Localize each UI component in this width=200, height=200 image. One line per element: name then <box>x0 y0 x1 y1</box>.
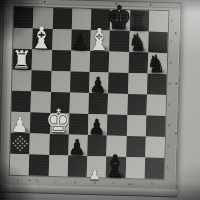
square <box>33 7 53 29</box>
brand-emblem <box>11 134 29 152</box>
frame-screw <box>128 183 130 185</box>
square <box>69 92 89 114</box>
square <box>30 133 50 155</box>
rank-label: 5 <box>169 81 172 86</box>
frame-screw <box>29 179 31 181</box>
square <box>147 53 167 75</box>
square <box>128 52 148 74</box>
square <box>14 7 34 29</box>
chessboard: ······· ♚♜♝♟♝♞♜♞♟♟♚♟♟♝ abcdefgh87654321 … <box>0 0 182 191</box>
square <box>87 135 107 157</box>
square <box>32 49 52 71</box>
square <box>90 51 110 73</box>
square <box>108 94 128 116</box>
square <box>71 29 91 51</box>
square <box>127 94 147 116</box>
square <box>129 31 149 53</box>
square <box>109 31 129 53</box>
square <box>30 112 50 134</box>
square <box>145 137 165 159</box>
square <box>91 9 111 31</box>
square <box>32 28 52 50</box>
square <box>13 49 33 71</box>
frame-screw <box>175 32 177 34</box>
square <box>129 10 149 32</box>
square <box>125 157 145 179</box>
square <box>126 115 146 137</box>
square <box>52 8 72 30</box>
square <box>88 93 108 115</box>
photo-chess-scene: { "game": "chess", "scene": "overhead gr… <box>0 0 200 200</box>
scene: ······· ♚♜♝♟♝♞♜♞♟♟♚♟♟♝ abcdefgh87654321 … <box>0 0 200 200</box>
square <box>31 91 51 113</box>
square <box>12 70 32 92</box>
file-label: c <box>55 179 57 184</box>
square <box>149 11 169 33</box>
square <box>89 72 109 94</box>
square <box>88 114 108 136</box>
square <box>144 158 164 180</box>
frame-screw <box>150 4 152 6</box>
square <box>70 71 90 93</box>
rank-label: 7 <box>170 39 173 44</box>
square <box>11 91 31 113</box>
frame-screw <box>44 1 46 3</box>
square <box>146 116 166 138</box>
file-label: b <box>36 179 39 184</box>
square <box>90 30 110 52</box>
square <box>13 28 33 50</box>
square <box>146 95 166 117</box>
rank-label: 4 <box>168 102 171 107</box>
file-label: a <box>16 178 19 183</box>
file-label: f <box>112 181 114 186</box>
square <box>31 70 51 92</box>
square <box>52 29 72 51</box>
square <box>108 73 128 95</box>
square <box>107 115 127 137</box>
frame-screw <box>116 3 118 5</box>
square <box>29 154 49 176</box>
square <box>106 156 126 178</box>
square <box>110 10 130 32</box>
square <box>72 8 92 30</box>
square <box>69 113 89 135</box>
square <box>107 135 127 157</box>
rank-label: 6 <box>169 60 172 65</box>
square <box>68 134 88 156</box>
rank-label: 1 <box>166 165 169 170</box>
frame-screw <box>175 132 177 134</box>
square <box>51 71 71 93</box>
square <box>11 112 31 134</box>
square <box>10 154 30 176</box>
rank-label: 8 <box>170 18 173 23</box>
square <box>51 50 71 72</box>
rank-label: 3 <box>167 123 170 128</box>
square <box>128 73 148 95</box>
square <box>10 133 30 155</box>
board-field <box>9 6 170 180</box>
square <box>50 92 70 114</box>
file-label: g <box>132 181 135 186</box>
square <box>49 113 69 135</box>
rank-label: 2 <box>167 144 170 149</box>
square <box>147 74 167 96</box>
square <box>48 155 68 177</box>
square <box>126 136 146 158</box>
square <box>70 50 90 72</box>
square <box>49 134 69 156</box>
square <box>109 52 129 74</box>
frame-screw <box>175 82 177 84</box>
off-board-white-pawn: ♟ <box>89 167 101 182</box>
square <box>67 155 87 177</box>
square <box>148 32 168 54</box>
